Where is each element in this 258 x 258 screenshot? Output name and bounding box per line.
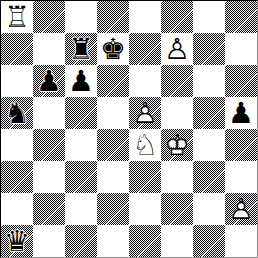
square-a4 <box>1 129 33 161</box>
square-f4: ♚♔ <box>161 129 193 161</box>
square-f2 <box>161 193 193 225</box>
square-g3 <box>193 161 225 193</box>
square-h8 <box>225 1 257 33</box>
square-c1 <box>65 225 97 257</box>
chess-board: ♜♖♜♚♟♙♟♟♞♟♙♟♞♘♚♔♟♙♛ <box>0 0 258 258</box>
square-e8 <box>129 1 161 33</box>
square-c5 <box>65 97 97 129</box>
square-d4 <box>97 129 129 161</box>
square-f3 <box>161 161 193 193</box>
black-pawn-piece-h5: ♟ <box>225 97 257 129</box>
square-h5: ♟ <box>225 97 257 129</box>
square-h2: ♟♙ <box>225 193 257 225</box>
square-d3 <box>97 161 129 193</box>
square-d2 <box>97 193 129 225</box>
square-g7 <box>193 33 225 65</box>
square-f8 <box>161 1 193 33</box>
square-f1 <box>161 225 193 257</box>
square-b2 <box>33 193 65 225</box>
square-c6: ♟ <box>65 65 97 97</box>
square-b6: ♟ <box>33 65 65 97</box>
square-c4 <box>65 129 97 161</box>
square-e7 <box>129 33 161 65</box>
black-knight-piece-a5: ♞ <box>1 97 33 129</box>
black-rook-piece-c7: ♜ <box>65 33 97 65</box>
square-e4: ♞♘ <box>129 129 161 161</box>
square-a7 <box>1 33 33 65</box>
square-g8 <box>193 1 225 33</box>
white-pawn-piece-h2: ♟♙ <box>225 193 257 225</box>
white-knight-piece-e4: ♞♘ <box>129 129 161 161</box>
square-b1 <box>33 225 65 257</box>
square-b3 <box>33 161 65 193</box>
white-king-piece-f4: ♚♔ <box>161 129 193 161</box>
white-pawn-piece-e5: ♟♙ <box>129 97 161 129</box>
square-a6 <box>1 65 33 97</box>
square-a5: ♞ <box>1 97 33 129</box>
square-c2 <box>65 193 97 225</box>
square-f6 <box>161 65 193 97</box>
square-g5 <box>193 97 225 129</box>
square-g1 <box>193 225 225 257</box>
square-b4 <box>33 129 65 161</box>
square-d8 <box>97 1 129 33</box>
square-h1 <box>225 225 257 257</box>
square-f5 <box>161 97 193 129</box>
square-h6 <box>225 65 257 97</box>
square-a3 <box>1 161 33 193</box>
square-d7: ♚ <box>97 33 129 65</box>
square-c3 <box>65 161 97 193</box>
square-e2 <box>129 193 161 225</box>
square-a8: ♜♖ <box>1 1 33 33</box>
square-d5 <box>97 97 129 129</box>
black-pawn-piece-c6: ♟ <box>65 65 97 97</box>
square-f7: ♟♙ <box>161 33 193 65</box>
square-d6 <box>97 65 129 97</box>
square-c7: ♜ <box>65 33 97 65</box>
square-h4 <box>225 129 257 161</box>
black-king-piece-d7: ♚ <box>97 33 129 65</box>
square-e5: ♟♙ <box>129 97 161 129</box>
square-d1 <box>97 225 129 257</box>
black-queen-piece-a1: ♛ <box>1 225 33 257</box>
square-b5 <box>33 97 65 129</box>
square-c8 <box>65 1 97 33</box>
square-b8 <box>33 1 65 33</box>
square-g2 <box>193 193 225 225</box>
square-g4 <box>193 129 225 161</box>
square-e6 <box>129 65 161 97</box>
square-e1 <box>129 225 161 257</box>
black-pawn-piece-b6: ♟ <box>33 65 65 97</box>
white-rook-piece-a8: ♜♖ <box>1 1 33 33</box>
square-h7 <box>225 33 257 65</box>
square-a1: ♛ <box>1 225 33 257</box>
square-b7 <box>33 33 65 65</box>
square-e3 <box>129 161 161 193</box>
white-pawn-piece-f7: ♟♙ <box>161 33 193 65</box>
square-g6 <box>193 65 225 97</box>
square-a2 <box>1 193 33 225</box>
square-h3 <box>225 161 257 193</box>
